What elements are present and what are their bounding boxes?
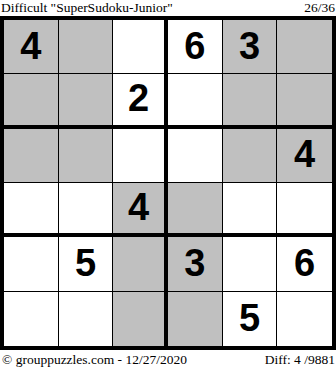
cell-r3c1[interactable] xyxy=(4,129,59,183)
puzzle-page: Difficult "SuperSudoku-Junior" 26/36 463… xyxy=(0,0,336,370)
given-digit: 6 xyxy=(184,27,205,65)
cell-r3c6: 4 xyxy=(277,129,332,183)
given-digit: 4 xyxy=(294,135,315,173)
empty-cell-counter: 26/36 xyxy=(304,0,335,15)
cell-r1c6[interactable] xyxy=(277,20,332,74)
cell-r5c2: 5 xyxy=(59,237,114,291)
cell-r2c5[interactable] xyxy=(223,74,278,128)
cell-r3c2[interactable] xyxy=(59,129,114,183)
cell-r5c6: 6 xyxy=(277,237,332,291)
difficulty-text: Diff: 4 /9881 xyxy=(265,352,335,367)
cell-r5c5[interactable] xyxy=(223,237,278,291)
cell-r3c3[interactable] xyxy=(113,129,168,183)
cell-r3c4[interactable] xyxy=(168,129,223,183)
cell-r4c3: 4 xyxy=(113,183,168,237)
cell-r2c3: 2 xyxy=(113,74,168,128)
cell-r4c1[interactable] xyxy=(4,183,59,237)
cell-r2c6[interactable] xyxy=(277,74,332,128)
given-digit: 4 xyxy=(128,188,149,226)
cell-r5c4: 3 xyxy=(168,237,223,291)
given-digit: 3 xyxy=(184,244,205,282)
cell-r4c4[interactable] xyxy=(168,183,223,237)
cell-r6c5: 5 xyxy=(223,292,278,346)
given-digit: 5 xyxy=(75,244,96,282)
given-digit: 3 xyxy=(239,27,260,65)
cell-r4c2[interactable] xyxy=(59,183,114,237)
cell-r1c3[interactable] xyxy=(113,20,168,74)
cell-r1c2[interactable] xyxy=(59,20,114,74)
cell-r6c2[interactable] xyxy=(59,292,114,346)
given-digit: 5 xyxy=(239,299,260,337)
footer: © grouppuzzles.com - 12/27/2020 Diff: 4 … xyxy=(2,352,335,369)
cell-r1c1: 4 xyxy=(4,20,59,74)
cell-r2c2[interactable] xyxy=(59,74,114,128)
given-digit: 2 xyxy=(128,79,149,117)
cell-r1c5: 3 xyxy=(223,20,278,74)
cell-r5c1[interactable] xyxy=(4,237,59,291)
cell-r6c1[interactable] xyxy=(4,292,59,346)
puzzle-title: Difficult "SuperSudoku-Junior" xyxy=(1,0,173,15)
given-digit: 4 xyxy=(20,27,41,65)
header: Difficult "SuperSudoku-Junior" 26/36 xyxy=(1,0,335,16)
cell-r1c4: 6 xyxy=(168,20,223,74)
cell-r6c4[interactable] xyxy=(168,292,223,346)
cell-r2c4[interactable] xyxy=(168,74,223,128)
cell-r6c3[interactable] xyxy=(113,292,168,346)
cell-r3c5[interactable] xyxy=(223,129,278,183)
copyright-text: © grouppuzzles.com - 12/27/2020 xyxy=(2,352,187,367)
sudoku-board: 4632445365 xyxy=(0,16,336,350)
cell-r6c6[interactable] xyxy=(277,292,332,346)
cell-r4c6[interactable] xyxy=(277,183,332,237)
cell-r2c1[interactable] xyxy=(4,74,59,128)
cell-r5c3[interactable] xyxy=(113,237,168,291)
given-digit: 6 xyxy=(294,244,315,282)
cell-r4c5[interactable] xyxy=(223,183,278,237)
